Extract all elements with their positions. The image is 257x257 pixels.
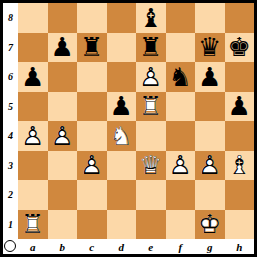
piece-glyph: ♛: [198, 33, 221, 63]
square-g5[interactable]: [195, 92, 225, 122]
square-c4[interactable]: [77, 121, 107, 151]
chess-diagram: 8 7 6 5 4 3 2 1 ♝♟♜♜♛♚♟♟♙♞♟♟♜♖♟♟♙♟♙♞♘♟♙♛…: [0, 0, 257, 257]
piece-glyph: ♜: [139, 33, 162, 63]
square-g7[interactable]: ♛: [195, 33, 225, 63]
square-a7[interactable]: [18, 33, 48, 63]
square-g1[interactable]: ♚♔: [195, 210, 225, 240]
piece-outline: ♙: [80, 151, 103, 181]
square-c5[interactable]: [77, 92, 107, 122]
black-rook[interactable]: ♜: [80, 34, 103, 60]
square-f8[interactable]: [166, 3, 196, 33]
square-c3[interactable]: ♟♙: [77, 151, 107, 181]
file-label-h: h: [225, 239, 255, 254]
square-c2[interactable]: [77, 180, 107, 210]
square-b8[interactable]: [48, 3, 78, 33]
square-e2[interactable]: [136, 180, 166, 210]
square-h8[interactable]: [225, 3, 255, 33]
square-d3[interactable]: [107, 151, 137, 181]
square-f1[interactable]: [166, 210, 196, 240]
square-g3[interactable]: ♟♙: [195, 151, 225, 181]
square-a2[interactable]: [18, 180, 48, 210]
white-pawn[interactable]: ♟♙: [198, 152, 221, 178]
chess-board: ♝♟♜♜♛♚♟♟♙♞♟♟♜♖♟♟♙♟♙♞♘♟♙♛♕♟♙♟♙♝♗♜♖♚♔: [18, 3, 254, 239]
square-f5[interactable]: [166, 92, 196, 122]
square-d6[interactable]: [107, 62, 137, 92]
square-e3[interactable]: ♛♕: [136, 151, 166, 181]
file-label-c: c: [77, 239, 107, 254]
white-rook[interactable]: ♜♖: [21, 211, 44, 237]
piece-glyph: ♞: [169, 62, 192, 92]
piece-outline: ♙: [169, 151, 192, 181]
square-g8[interactable]: [195, 3, 225, 33]
white-pawn[interactable]: ♟♙: [139, 64, 162, 90]
black-rook[interactable]: ♜: [139, 34, 162, 60]
square-c6[interactable]: [77, 62, 107, 92]
square-e7[interactable]: ♜: [136, 33, 166, 63]
piece-outline: ♖: [21, 210, 44, 240]
file-label-d: d: [107, 239, 137, 254]
square-b4[interactable]: ♟♙: [48, 121, 78, 151]
rank-labels: 8 7 6 5 4 3 2 1: [3, 3, 18, 239]
square-h3[interactable]: ♝♗: [225, 151, 255, 181]
square-e6[interactable]: ♟♙: [136, 62, 166, 92]
square-b5[interactable]: [48, 92, 78, 122]
square-h7[interactable]: ♚: [225, 33, 255, 63]
piece-outline: ♖: [139, 92, 162, 122]
white-to-move-indicator: [4, 240, 16, 252]
rank-label-7: 7: [3, 33, 18, 63]
square-a6[interactable]: ♟: [18, 62, 48, 92]
piece-outline: ♗: [228, 151, 251, 181]
square-a8[interactable]: [18, 3, 48, 33]
white-pawn[interactable]: ♟♙: [21, 123, 44, 149]
square-h6[interactable]: [225, 62, 255, 92]
square-h1[interactable]: [225, 210, 255, 240]
square-a4[interactable]: ♟♙: [18, 121, 48, 151]
rank-label-8: 8: [3, 3, 18, 33]
white-rook[interactable]: ♜♖: [139, 93, 162, 119]
square-h5[interactable]: ♟: [225, 92, 255, 122]
file-label-g: g: [195, 239, 225, 254]
piece-outline: ♙: [139, 62, 162, 92]
black-pawn[interactable]: ♟: [198, 64, 221, 90]
white-pawn[interactable]: ♟♙: [169, 152, 192, 178]
square-d4[interactable]: ♞♘: [107, 121, 137, 151]
square-a1[interactable]: ♜♖: [18, 210, 48, 240]
black-bishop[interactable]: ♝: [139, 5, 162, 31]
square-e5[interactable]: ♜♖: [136, 92, 166, 122]
black-pawn[interactable]: ♟: [21, 64, 44, 90]
rank-label-6: 6: [3, 62, 18, 92]
piece-outline: ♙: [21, 121, 44, 151]
piece-outline: ♙: [51, 121, 74, 151]
piece-glyph: ♟: [198, 62, 221, 92]
rank-label-3: 3: [3, 151, 18, 181]
white-knight[interactable]: ♞♘: [110, 123, 133, 149]
white-king[interactable]: ♚♔: [198, 211, 221, 237]
white-pawn[interactable]: ♟♙: [80, 152, 103, 178]
square-b6[interactable]: [48, 62, 78, 92]
square-a3[interactable]: [18, 151, 48, 181]
square-a5[interactable]: [18, 92, 48, 122]
piece-glyph: ♟: [51, 33, 74, 63]
square-c1[interactable]: [77, 210, 107, 240]
square-h4[interactable]: [225, 121, 255, 151]
piece-outline: ♘: [110, 121, 133, 151]
square-b2[interactable]: [48, 180, 78, 210]
file-label-b: b: [48, 239, 78, 254]
black-pawn[interactable]: ♟: [51, 34, 74, 60]
square-d8[interactable]: [107, 3, 137, 33]
square-b7[interactable]: ♟: [48, 33, 78, 63]
piece-outline: ♔: [198, 210, 221, 240]
file-label-f: f: [166, 239, 196, 254]
rank-label-1: 1: [3, 210, 18, 240]
square-e4[interactable]: [136, 121, 166, 151]
square-e1[interactable]: [136, 210, 166, 240]
square-d7[interactable]: [107, 33, 137, 63]
square-g2[interactable]: [195, 180, 225, 210]
square-f7[interactable]: [166, 33, 196, 63]
white-bishop[interactable]: ♝♗: [228, 152, 251, 178]
square-h2[interactable]: [225, 180, 255, 210]
square-d2[interactable]: [107, 180, 137, 210]
square-d1[interactable]: [107, 210, 137, 240]
square-c8[interactable]: [77, 3, 107, 33]
square-e8[interactable]: ♝: [136, 3, 166, 33]
square-f3[interactable]: ♟♙: [166, 151, 196, 181]
rank-label-5: 5: [3, 92, 18, 122]
file-labels: a b c d e f g h: [18, 239, 254, 254]
square-c7[interactable]: ♜: [77, 33, 107, 63]
black-pawn[interactable]: ♟: [228, 93, 251, 119]
piece-glyph: ♟: [228, 92, 251, 122]
piece-outline: ♕: [139, 151, 162, 181]
square-b3[interactable]: [48, 151, 78, 181]
square-d5[interactable]: ♟: [107, 92, 137, 122]
rank-label-2: 2: [3, 180, 18, 210]
piece-glyph: ♚: [228, 33, 251, 63]
rank-label-4: 4: [3, 121, 18, 151]
square-f6[interactable]: ♞: [166, 62, 196, 92]
black-knight[interactable]: ♞: [169, 64, 192, 90]
square-f2[interactable]: [166, 180, 196, 210]
piece-outline: ♙: [198, 151, 221, 181]
piece-glyph: ♜: [80, 33, 103, 63]
piece-glyph: ♝: [139, 3, 162, 33]
square-g6[interactable]: ♟: [195, 62, 225, 92]
square-f4[interactable]: [166, 121, 196, 151]
black-queen[interactable]: ♛: [198, 34, 221, 60]
square-b1[interactable]: [48, 210, 78, 240]
file-label-a: a: [18, 239, 48, 254]
piece-glyph: ♟: [110, 92, 133, 122]
black-king[interactable]: ♚: [228, 34, 251, 60]
white-queen[interactable]: ♛♕: [139, 152, 162, 178]
piece-glyph: ♟: [21, 62, 44, 92]
file-label-e: e: [136, 239, 166, 254]
black-pawn[interactable]: ♟: [110, 93, 133, 119]
square-g4[interactable]: [195, 121, 225, 151]
white-pawn[interactable]: ♟♙: [51, 123, 74, 149]
